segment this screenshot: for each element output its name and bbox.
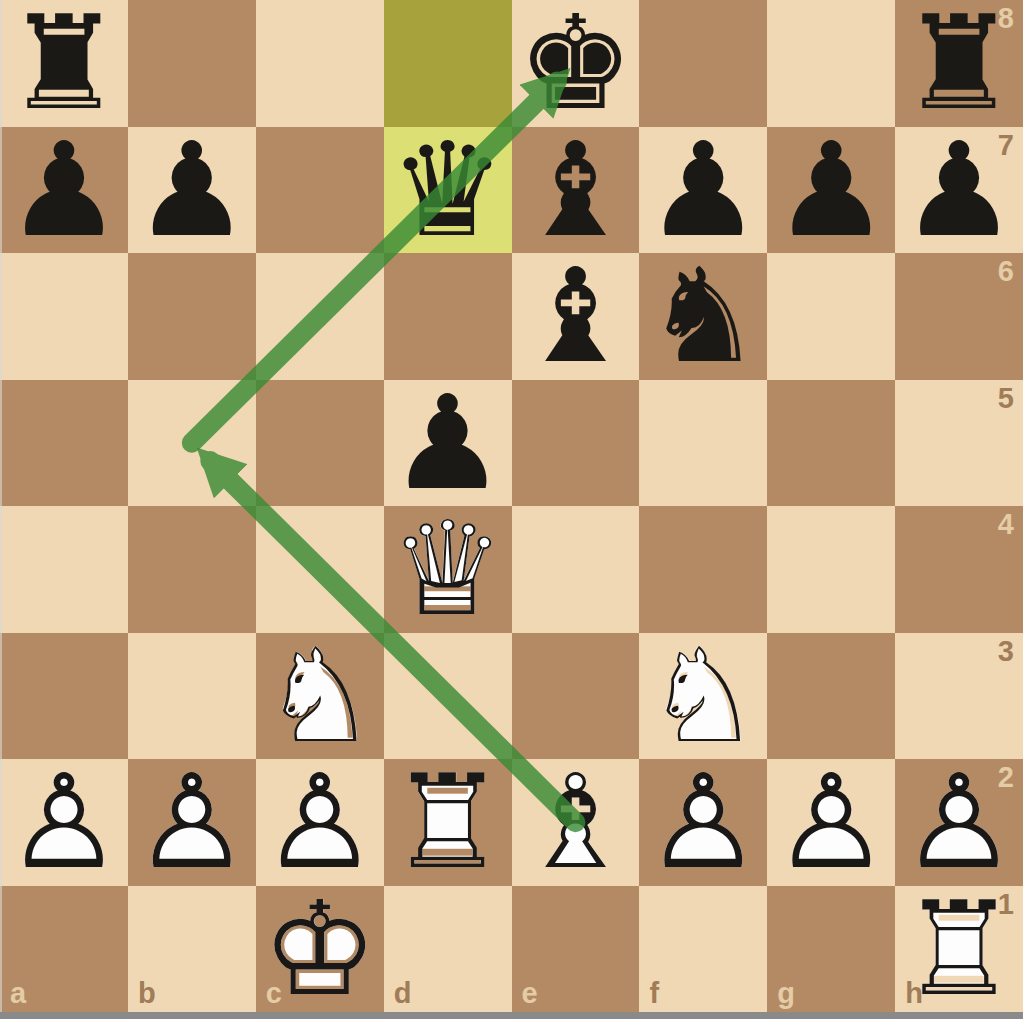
square-c4[interactable] <box>256 506 384 633</box>
piece-white-bishop[interactable]: ♗ <box>512 759 640 886</box>
bottom-bar <box>0 1012 1023 1019</box>
square-e4[interactable] <box>512 506 640 633</box>
piece-black-pawn[interactable]: ♟ <box>639 127 767 254</box>
piece-black-pawn[interactable]: ♟ <box>384 380 512 507</box>
square-c1[interactable]: ♚♔c <box>256 886 384 1013</box>
piece-white-pawn[interactable]: ♙ <box>128 759 256 886</box>
square-g1[interactable]: g <box>767 886 895 1013</box>
square-b6[interactable] <box>128 253 256 380</box>
rank-label-5: 5 <box>998 384 1014 413</box>
square-f2[interactable]: ♟♙ <box>639 759 767 886</box>
piece-white-knight[interactable]: ♘ <box>256 633 384 760</box>
rank-label-8: 8 <box>998 4 1014 33</box>
file-label-g: g <box>777 979 795 1008</box>
square-d2[interactable]: ♜♖ <box>384 759 512 886</box>
square-d6[interactable] <box>384 253 512 380</box>
chess-board-container: ♜♚♜8♟♟♛♝♟♟♟7♝♞6♟5♛♕4♞♘♞♘3♟♙♟♙♟♙♜♖♝♗♟♙♟♙♟… <box>0 0 1023 1019</box>
piece-black-bishop[interactable]: ♝ <box>512 127 640 254</box>
piece-black-bishop[interactable]: ♝ <box>512 253 640 380</box>
square-a6[interactable] <box>0 253 128 380</box>
square-h3[interactable]: 3 <box>895 633 1023 760</box>
rank-label-1: 1 <box>998 890 1014 919</box>
square-h7[interactable]: ♟7 <box>895 127 1023 254</box>
square-d8[interactable] <box>384 0 512 127</box>
square-c7[interactable] <box>256 127 384 254</box>
piece-white-pawn[interactable]: ♙ <box>639 759 767 886</box>
square-g3[interactable] <box>767 633 895 760</box>
square-f8[interactable] <box>639 0 767 127</box>
square-e7[interactable]: ♝ <box>512 127 640 254</box>
square-d5[interactable]: ♟ <box>384 380 512 507</box>
piece-white-queen[interactable]: ♕ <box>384 506 512 633</box>
square-h4[interactable]: 4 <box>895 506 1023 633</box>
piece-black-pawn[interactable]: ♟ <box>767 127 895 254</box>
file-label-h: h <box>905 979 923 1008</box>
square-d7[interactable]: ♛ <box>384 127 512 254</box>
square-a4[interactable] <box>0 506 128 633</box>
square-h5[interactable]: 5 <box>895 380 1023 507</box>
square-e8[interactable]: ♚ <box>512 0 640 127</box>
square-d3[interactable] <box>384 633 512 760</box>
piece-black-pawn[interactable]: ♟ <box>128 127 256 254</box>
square-g7[interactable]: ♟ <box>767 127 895 254</box>
square-c5[interactable] <box>256 380 384 507</box>
square-e2[interactable]: ♝♗ <box>512 759 640 886</box>
piece-white-rook[interactable]: ♖ <box>384 759 512 886</box>
square-e6[interactable]: ♝ <box>512 253 640 380</box>
piece-black-rook[interactable]: ♜ <box>0 0 128 127</box>
file-label-f: f <box>649 979 659 1008</box>
file-label-a: a <box>10 979 26 1008</box>
piece-black-king[interactable]: ♚ <box>512 0 640 127</box>
chess-board: ♜♚♜8♟♟♛♝♟♟♟7♝♞6♟5♛♕4♞♘♞♘3♟♙♟♙♟♙♜♖♝♗♟♙♟♙♟… <box>0 0 1023 1012</box>
square-g5[interactable] <box>767 380 895 507</box>
square-b2[interactable]: ♟♙ <box>128 759 256 886</box>
square-c3[interactable]: ♞♘ <box>256 633 384 760</box>
square-e3[interactable] <box>512 633 640 760</box>
piece-black-pawn[interactable]: ♟ <box>0 127 128 254</box>
piece-white-pawn[interactable]: ♙ <box>0 759 128 886</box>
square-f1[interactable]: f <box>639 886 767 1013</box>
rank-label-3: 3 <box>998 637 1014 666</box>
square-g8[interactable] <box>767 0 895 127</box>
square-h8[interactable]: ♜8 <box>895 0 1023 127</box>
piece-black-queen[interactable]: ♛ <box>384 127 512 254</box>
square-b7[interactable]: ♟ <box>128 127 256 254</box>
square-f3[interactable]: ♞♘ <box>639 633 767 760</box>
square-e1[interactable]: e <box>512 886 640 1013</box>
square-c8[interactable] <box>256 0 384 127</box>
rank-label-7: 7 <box>998 131 1014 160</box>
square-g4[interactable] <box>767 506 895 633</box>
square-e5[interactable] <box>512 380 640 507</box>
square-g6[interactable] <box>767 253 895 380</box>
piece-white-knight[interactable]: ♘ <box>639 633 767 760</box>
square-c2[interactable]: ♟♙ <box>256 759 384 886</box>
square-a2[interactable]: ♟♙ <box>0 759 128 886</box>
rank-label-2: 2 <box>998 763 1014 792</box>
rank-label-4: 4 <box>998 510 1014 539</box>
square-a7[interactable]: ♟ <box>0 127 128 254</box>
file-label-c: c <box>266 979 282 1008</box>
square-d4[interactable]: ♛♕ <box>384 506 512 633</box>
piece-white-pawn[interactable]: ♙ <box>767 759 895 886</box>
square-b8[interactable] <box>128 0 256 127</box>
square-d1[interactable]: d <box>384 886 512 1013</box>
square-f4[interactable] <box>639 506 767 633</box>
square-f5[interactable] <box>639 380 767 507</box>
square-a1[interactable]: a <box>0 886 128 1013</box>
square-b1[interactable]: b <box>128 886 256 1013</box>
square-g2[interactable]: ♟♙ <box>767 759 895 886</box>
file-label-d: d <box>394 979 412 1008</box>
left-edge-line <box>0 0 2 1012</box>
square-b3[interactable] <box>128 633 256 760</box>
square-a5[interactable] <box>0 380 128 507</box>
square-b5[interactable] <box>128 380 256 507</box>
square-c6[interactable] <box>256 253 384 380</box>
square-b4[interactable] <box>128 506 256 633</box>
square-h1[interactable]: ♜♖h1 <box>895 886 1023 1013</box>
file-label-e: e <box>522 979 538 1008</box>
square-h2[interactable]: ♟♙2 <box>895 759 1023 886</box>
square-a3[interactable] <box>0 633 128 760</box>
square-h6[interactable]: 6 <box>895 253 1023 380</box>
rank-label-6: 6 <box>998 257 1014 286</box>
square-a8[interactable]: ♜ <box>0 0 128 127</box>
piece-black-knight[interactable]: ♞ <box>639 253 767 380</box>
file-label-b: b <box>138 979 156 1008</box>
square-f6[interactable]: ♞ <box>639 253 767 380</box>
piece-white-pawn[interactable]: ♙ <box>256 759 384 886</box>
square-f7[interactable]: ♟ <box>639 127 767 254</box>
